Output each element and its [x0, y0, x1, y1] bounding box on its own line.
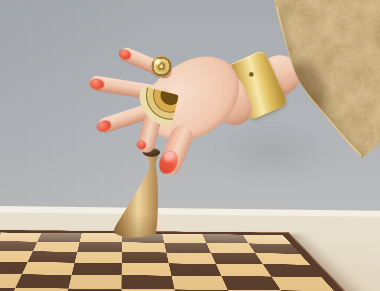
photo-scene — [0, 0, 380, 291]
textured-gold-ring — [151, 56, 172, 77]
sleeve-fold-shadow — [278, 62, 326, 130]
velvet-sleeve — [265, 0, 380, 165]
